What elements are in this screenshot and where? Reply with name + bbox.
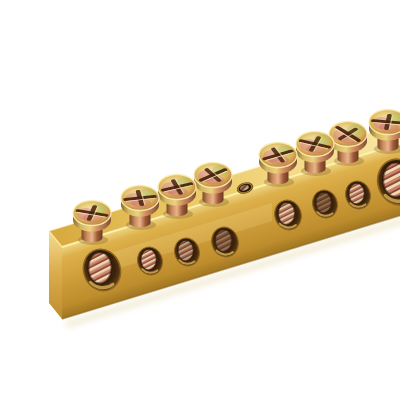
busbar-illustration: [40, 16, 400, 400]
product-photo: [40, 16, 400, 400]
